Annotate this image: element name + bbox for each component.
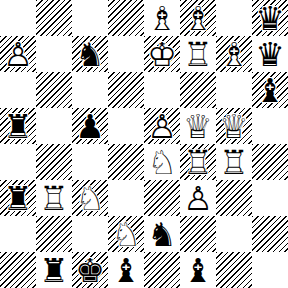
square-f4[interactable]: ♜♖ [180,144,216,180]
piece-white-knight[interactable]: ♘ [72,180,108,216]
square-e6[interactable] [144,72,180,108]
square-f2[interactable] [180,216,216,252]
chess-board: ♝♗♝♗♛♛♟♙♞♞♚♔♜♖♝♗♛♛♝♝♜♜♟♟♟♙♛♕♛♕♞♘♜♖♜♖♜♜♜♖… [0,0,288,288]
piece-black-bishop[interactable]: ♝ [180,252,216,288]
piece-black-pawn[interactable]: ♟ [72,108,108,144]
square-h2[interactable] [252,216,288,252]
square-e3[interactable] [144,180,180,216]
piece-white-pawn[interactable]: ♙ [180,180,216,216]
square-g7[interactable]: ♝♗ [216,36,252,72]
piece-white-rook[interactable]: ♖ [216,144,252,180]
square-c5[interactable]: ♟♟ [72,108,108,144]
piece-white-rook[interactable]: ♖ [36,180,72,216]
square-h7[interactable]: ♛♛ [252,36,288,72]
piece-white-bishop[interactable]: ♗ [144,0,180,36]
square-b5[interactable] [36,108,72,144]
square-h6[interactable]: ♝♝ [252,72,288,108]
piece-black-knight[interactable]: ♞ [72,36,108,72]
square-a8[interactable] [0,0,36,36]
square-h1[interactable] [252,252,288,288]
square-e8[interactable]: ♝♗ [144,0,180,36]
square-d3[interactable] [108,180,144,216]
piece-black-rook[interactable]: ♜ [36,252,72,288]
square-c7[interactable]: ♞♞ [72,36,108,72]
square-a6[interactable] [0,72,36,108]
square-g2[interactable] [216,216,252,252]
square-e2[interactable]: ♞♞ [144,216,180,252]
square-g4[interactable]: ♜♖ [216,144,252,180]
square-e7[interactable]: ♚♔ [144,36,180,72]
square-d8[interactable] [108,0,144,36]
piece-white-pawn[interactable]: ♙ [144,108,180,144]
square-a3[interactable]: ♜♜ [0,180,36,216]
square-d4[interactable] [108,144,144,180]
square-e4[interactable]: ♞♘ [144,144,180,180]
square-g8[interactable] [216,0,252,36]
piece-white-knight[interactable]: ♘ [108,216,144,252]
piece-white-bishop[interactable]: ♗ [216,36,252,72]
square-c6[interactable] [72,72,108,108]
square-f7[interactable]: ♜♖ [180,36,216,72]
piece-black-bishop[interactable]: ♝ [252,72,288,108]
piece-black-knight[interactable]: ♞ [144,216,180,252]
piece-black-queen[interactable]: ♛ [252,0,288,36]
square-h5[interactable] [252,108,288,144]
piece-white-pawn[interactable]: ♙ [0,36,36,72]
square-e1[interactable] [144,252,180,288]
square-b7[interactable] [36,36,72,72]
square-f1[interactable]: ♝♝ [180,252,216,288]
square-e5[interactable]: ♟♙ [144,108,180,144]
square-d5[interactable] [108,108,144,144]
square-a1[interactable] [0,252,36,288]
square-f3[interactable]: ♟♙ [180,180,216,216]
piece-black-rook[interactable]: ♜ [0,108,36,144]
piece-white-rook[interactable]: ♖ [180,144,216,180]
square-a4[interactable] [0,144,36,180]
square-f6[interactable] [180,72,216,108]
square-g1[interactable] [216,252,252,288]
piece-white-king[interactable]: ♔ [144,36,180,72]
piece-black-king[interactable]: ♚ [72,252,108,288]
square-c2[interactable] [72,216,108,252]
square-h3[interactable] [252,180,288,216]
square-g3[interactable] [216,180,252,216]
square-b8[interactable] [36,0,72,36]
square-d1[interactable]: ♝♝ [108,252,144,288]
square-b6[interactable] [36,72,72,108]
square-c1[interactable]: ♚♚ [72,252,108,288]
square-c8[interactable] [72,0,108,36]
square-c4[interactable] [72,144,108,180]
piece-black-bishop[interactable]: ♝ [108,252,144,288]
piece-white-queen[interactable]: ♕ [216,108,252,144]
square-b4[interactable] [36,144,72,180]
square-f5[interactable]: ♛♕ [180,108,216,144]
square-g6[interactable] [216,72,252,108]
piece-white-knight[interactable]: ♘ [144,144,180,180]
square-f8[interactable]: ♝♗ [180,0,216,36]
square-a5[interactable]: ♜♜ [0,108,36,144]
square-a7[interactable]: ♟♙ [0,36,36,72]
square-b3[interactable]: ♜♖ [36,180,72,216]
square-c3[interactable]: ♞♘ [72,180,108,216]
piece-black-queen[interactable]: ♛ [252,36,288,72]
square-h4[interactable] [252,144,288,180]
square-d2[interactable]: ♞♘ [108,216,144,252]
piece-black-rook[interactable]: ♜ [0,180,36,216]
square-d6[interactable] [108,72,144,108]
piece-white-queen[interactable]: ♕ [180,108,216,144]
piece-white-rook[interactable]: ♖ [180,36,216,72]
square-g5[interactable]: ♛♕ [216,108,252,144]
square-b2[interactable] [36,216,72,252]
square-h8[interactable]: ♛♛ [252,0,288,36]
square-a2[interactable] [0,216,36,252]
piece-white-bishop[interactable]: ♗ [180,0,216,36]
square-b1[interactable]: ♜♜ [36,252,72,288]
square-d7[interactable] [108,36,144,72]
